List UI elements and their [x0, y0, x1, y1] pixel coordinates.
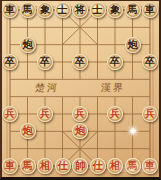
piece-black-cannon[interactable]: 炮: [125, 37, 141, 53]
piece-glyph: 士: [58, 5, 68, 15]
piece-red-horse[interactable]: 馬: [20, 158, 36, 174]
piece-red-general[interactable]: 帥: [72, 158, 88, 174]
piece-glyph: 兵: [145, 108, 155, 118]
piece-black-soldier[interactable]: 卒: [2, 54, 18, 70]
piece-glyph: 象: [40, 5, 50, 15]
river-label-left: 楚河: [35, 81, 60, 95]
xiangqi-board[interactable]: 楚河 漢界 車馬象士将士象馬車炮炮卒卒卒卒卒兵兵兵兵兵炮炮車馬相仕帥仕相馬車: [2, 1, 159, 177]
piece-glyph: 兵: [40, 108, 50, 118]
piece-black-chariot[interactable]: 車: [142, 2, 158, 18]
piece-glyph: 兵: [75, 108, 85, 118]
piece-black-soldier[interactable]: 卒: [72, 54, 88, 70]
piece-glyph: 馬: [23, 5, 33, 15]
piece-glyph: 馬: [23, 160, 33, 170]
piece-glyph: 卒: [5, 56, 15, 66]
watermark: [116, 165, 156, 172]
xiangqi-app-window: 楚河 漢界 車馬象士将士象馬車炮炮卒卒卒卒卒兵兵兵兵兵炮炮車馬相仕帥仕相馬車: [0, 0, 161, 180]
piece-glyph: 卒: [145, 56, 155, 66]
piece-glyph: 将: [75, 5, 85, 15]
piece-red-soldier[interactable]: 兵: [37, 106, 53, 122]
piece-glyph: 相: [40, 160, 50, 170]
piece-red-soldier[interactable]: 兵: [107, 106, 123, 122]
piece-glyph: 炮: [23, 126, 33, 136]
piece-glyph: 車: [5, 160, 15, 170]
piece-glyph: 象: [110, 5, 120, 15]
piece-glyph: 士: [93, 5, 103, 15]
board-grid: [2, 1, 159, 177]
piece-red-cannon[interactable]: 炮: [20, 123, 36, 139]
piece-glyph: 卒: [110, 56, 120, 66]
piece-glyph: 仕: [58, 160, 68, 170]
piece-black-elephant[interactable]: 象: [107, 2, 123, 18]
piece-glyph: 車: [145, 5, 155, 15]
piece-red-soldier[interactable]: 兵: [72, 106, 88, 122]
piece-red-chariot[interactable]: 車: [2, 158, 18, 174]
piece-glyph: 卒: [75, 56, 85, 66]
piece-black-general[interactable]: 将: [72, 2, 88, 18]
piece-red-advisor[interactable]: 仕: [55, 158, 71, 174]
piece-red-elephant[interactable]: 相: [37, 158, 53, 174]
piece-glyph: 馬: [128, 5, 138, 15]
piece-red-soldier[interactable]: 兵: [142, 106, 158, 122]
piece-glyph: 炮: [75, 126, 85, 136]
piece-glyph: 炮: [128, 39, 138, 49]
piece-black-soldier[interactable]: 卒: [107, 54, 123, 70]
piece-black-soldier[interactable]: 卒: [142, 54, 158, 70]
piece-red-advisor[interactable]: 仕: [90, 158, 106, 174]
piece-black-advisor[interactable]: 士: [90, 2, 106, 18]
piece-glyph: 仕: [93, 160, 103, 170]
piece-black-horse[interactable]: 馬: [125, 2, 141, 18]
piece-black-chariot[interactable]: 車: [2, 2, 18, 18]
piece-glyph: 兵: [5, 108, 15, 118]
river-label-right: 漢界: [101, 81, 126, 95]
piece-glyph: 炮: [23, 39, 33, 49]
piece-black-soldier[interactable]: 卒: [37, 54, 53, 70]
piece-glyph: 兵: [110, 108, 120, 118]
piece-black-cannon[interactable]: 炮: [20, 37, 36, 53]
piece-glyph: 卒: [40, 56, 50, 66]
piece-black-advisor[interactable]: 士: [55, 2, 71, 18]
piece-red-soldier[interactable]: 兵: [2, 106, 18, 122]
piece-black-elephant[interactable]: 象: [37, 2, 53, 18]
piece-glyph: 車: [5, 5, 15, 15]
piece-black-horse[interactable]: 馬: [20, 2, 36, 18]
piece-glyph: 帥: [75, 160, 85, 170]
last-move-origin-marker: [130, 128, 136, 134]
